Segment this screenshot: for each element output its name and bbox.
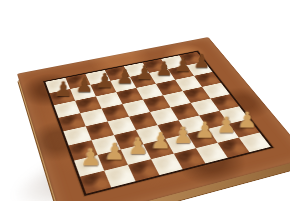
chess-set-photo: ♜♞♝♛♚♝♞♜♟♟♟♟♟♟♟♟♟♟♟♟♟♟♟♟♜♞♝♛♚♝♞♜ xyxy=(0,0,290,201)
piece-black-pawn[interactable]: ♟ xyxy=(175,56,192,75)
piece-black-pawn[interactable]: ♟ xyxy=(116,67,134,87)
piece-white-knight[interactable]: ♞ xyxy=(107,147,137,180)
piece-black-pawn[interactable]: ♟ xyxy=(75,75,93,95)
piece-black-pawn[interactable]: ♟ xyxy=(193,52,210,71)
piece-black-pawn[interactable]: ♟ xyxy=(136,63,154,83)
piece-black-pawn[interactable]: ♟ xyxy=(96,71,114,91)
chess-board: ♜♞♝♛♚♝♞♜♟♟♟♟♟♟♟♟♟♟♟♟♟♟♟♟♜♞♝♛♚♝♞♜ xyxy=(17,37,290,201)
piece-black-pawn[interactable]: ♟ xyxy=(54,79,72,99)
piece-black-pawn[interactable]: ♟ xyxy=(155,60,173,80)
piece-white-rook[interactable]: ♜ xyxy=(84,156,111,186)
